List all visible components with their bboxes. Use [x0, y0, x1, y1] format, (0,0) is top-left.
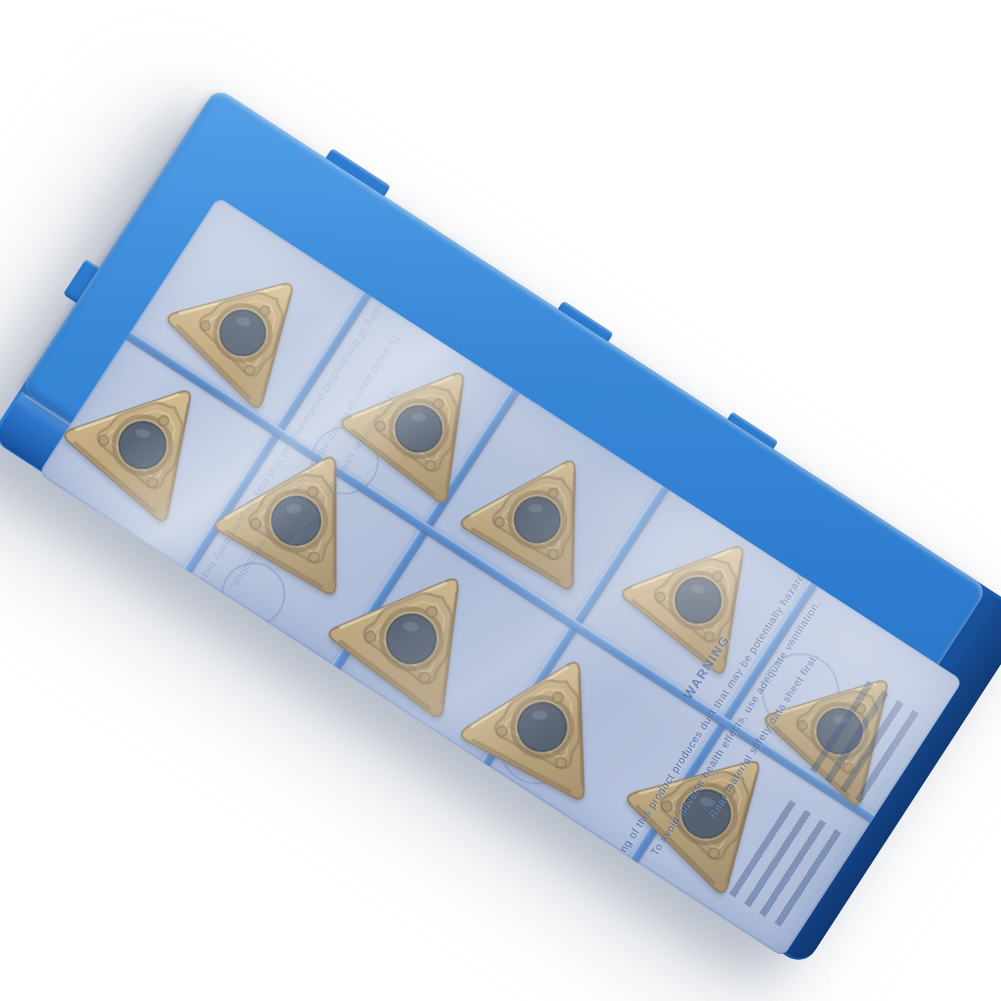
product-photo-scene: WARNING Grinding of this product produce… — [0, 0, 1001, 1001]
box-lid: WARNING Grinding of this product produce… — [20, 87, 988, 890]
